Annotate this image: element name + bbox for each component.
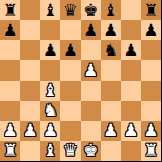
square-h3[interactable] [141,101,161,121]
square-c5[interactable] [40,60,60,80]
square-h4[interactable] [141,81,161,101]
square-h8[interactable]: ♜ [141,0,161,20]
square-f4[interactable] [101,81,121,101]
square-b1[interactable] [20,141,40,161]
black-pawn[interactable]: ♟ [143,21,158,38]
square-d6[interactable]: ♟ [60,40,80,60]
square-c3[interactable]: ♞ [40,101,60,121]
square-e1[interactable]: ♚ [81,141,101,161]
square-d2[interactable] [60,121,80,141]
white-pawn[interactable]: ♟ [43,122,58,139]
square-h7[interactable]: ♟ [141,20,161,40]
square-b7[interactable] [20,20,40,40]
white-pawn[interactable]: ♟ [143,122,158,139]
black-pawn[interactable]: ♟ [123,41,138,58]
white-bishop[interactable]: ♝ [43,82,58,99]
black-pawn[interactable]: ♟ [103,21,118,38]
square-f6[interactable]: ♞ [101,40,121,60]
square-b2[interactable]: ♟ [20,121,40,141]
square-f8[interactable]: ♝ [101,0,121,20]
square-d3[interactable] [60,101,80,121]
square-g6[interactable]: ♟ [121,40,141,60]
black-king[interactable]: ♚ [83,1,98,18]
square-f3[interactable] [101,101,121,121]
black-pawn[interactable]: ♟ [63,41,78,58]
white-rook[interactable]: ♜ [143,142,158,159]
square-e2[interactable] [81,121,101,141]
black-knight[interactable]: ♞ [103,41,118,58]
square-h1[interactable]: ♜ [141,141,161,161]
square-c1[interactable]: ♝ [40,141,60,161]
square-b5[interactable] [20,60,40,80]
square-d5[interactable] [60,60,80,80]
square-a8[interactable]: ♜ [0,0,20,20]
square-h2[interactable]: ♟ [141,121,161,141]
white-knight[interactable]: ♞ [43,102,58,119]
square-h6[interactable] [141,40,161,60]
square-a3[interactable] [0,101,20,121]
square-g1[interactable] [121,141,141,161]
white-pawn[interactable]: ♟ [123,122,138,139]
square-f5[interactable] [101,60,121,80]
square-a6[interactable] [0,40,20,60]
black-pawn[interactable]: ♟ [43,41,58,58]
square-c7[interactable] [40,20,60,40]
square-g5[interactable] [121,60,141,80]
white-queen[interactable]: ♛ [63,142,78,159]
square-c4[interactable]: ♝ [40,81,60,101]
square-c6[interactable]: ♟ [40,40,60,60]
square-h5[interactable] [141,60,161,80]
square-e4[interactable] [81,81,101,101]
white-rook[interactable]: ♜ [2,142,17,159]
square-g2[interactable]: ♟ [121,121,141,141]
black-rook[interactable]: ♜ [2,1,17,18]
chess-board: ♜♝♛♚♝♜♟♟♟♟♟♟♞♟♟♝♞♟♟♟♟♟♟♜♝♛♚♜ [0,0,162,162]
black-pawn[interactable]: ♟ [83,21,98,38]
black-bishop[interactable]: ♝ [43,1,58,18]
square-d4[interactable] [60,81,80,101]
square-a7[interactable]: ♟ [0,20,20,40]
square-e7[interactable]: ♟ [81,20,101,40]
square-c8[interactable]: ♝ [40,0,60,20]
square-a1[interactable]: ♜ [0,141,20,161]
square-a5[interactable] [0,60,20,80]
white-bishop[interactable]: ♝ [43,142,58,159]
square-f2[interactable]: ♟ [101,121,121,141]
square-g7[interactable] [121,20,141,40]
square-b4[interactable] [20,81,40,101]
square-g8[interactable] [121,0,141,20]
white-pawn[interactable]: ♟ [23,122,38,139]
square-e8[interactable]: ♚ [81,0,101,20]
black-queen[interactable]: ♛ [63,1,78,18]
white-pawn[interactable]: ♟ [83,61,98,78]
black-bishop[interactable]: ♝ [103,1,118,18]
white-pawn[interactable]: ♟ [103,122,118,139]
square-a4[interactable] [0,81,20,101]
black-pawn[interactable]: ♟ [2,21,17,38]
square-d8[interactable]: ♛ [60,0,80,20]
square-d1[interactable]: ♛ [60,141,80,161]
black-rook[interactable]: ♜ [143,1,158,18]
square-c2[interactable]: ♟ [40,121,60,141]
square-g3[interactable] [121,101,141,121]
square-a2[interactable]: ♟ [0,121,20,141]
white-pawn[interactable]: ♟ [2,122,17,139]
square-e6[interactable] [81,40,101,60]
square-b3[interactable] [20,101,40,121]
white-king[interactable]: ♚ [83,142,98,159]
square-f1[interactable] [101,141,121,161]
square-b8[interactable] [20,0,40,20]
square-g4[interactable] [121,81,141,101]
square-d7[interactable] [60,20,80,40]
square-b6[interactable] [20,40,40,60]
square-f7[interactable]: ♟ [101,20,121,40]
square-e3[interactable] [81,101,101,121]
square-e5[interactable]: ♟ [81,60,101,80]
